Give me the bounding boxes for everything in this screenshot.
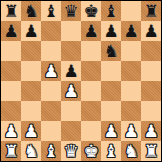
square-d6[interactable] bbox=[61, 41, 81, 61]
piece-black-rook[interactable]: ♜ bbox=[3, 1, 18, 21]
piece-white-rook[interactable]: ♜ bbox=[3, 141, 18, 161]
square-g4[interactable] bbox=[121, 81, 141, 101]
square-a6[interactable] bbox=[1, 41, 21, 61]
square-b1[interactable]: ♞ bbox=[21, 141, 41, 161]
square-g1[interactable]: ♞ bbox=[121, 141, 141, 161]
square-g2[interactable]: ♟ bbox=[121, 121, 141, 141]
square-a7[interactable]: ♟ bbox=[1, 21, 21, 41]
square-c2[interactable] bbox=[41, 121, 61, 141]
square-e3[interactable] bbox=[81, 101, 101, 121]
square-e8[interactable]: ♚ bbox=[81, 1, 101, 21]
square-d8[interactable]: ♛ bbox=[61, 1, 81, 21]
square-d4[interactable]: ♟ bbox=[61, 81, 81, 101]
piece-black-pawn[interactable]: ♟ bbox=[83, 21, 98, 41]
square-a5[interactable] bbox=[1, 61, 21, 81]
square-e6[interactable] bbox=[81, 41, 101, 61]
piece-black-bishop[interactable]: ♝ bbox=[103, 1, 118, 21]
square-h2[interactable]: ♟ bbox=[141, 121, 161, 141]
square-b6[interactable] bbox=[21, 41, 41, 61]
square-h1[interactable]: ♜ bbox=[141, 141, 161, 161]
square-c7[interactable] bbox=[41, 21, 61, 41]
piece-black-knight[interactable]: ♞ bbox=[103, 41, 118, 61]
square-g6[interactable] bbox=[121, 41, 141, 61]
chess-board: ♜♞♝♛♚♝♜♟♟♟♟♟♟♞♟♟♟♟♟♟♟♟♜♞♝♛♚♝♞♜ bbox=[0, 0, 162, 162]
square-g3[interactable] bbox=[121, 101, 141, 121]
square-e1[interactable]: ♚ bbox=[81, 141, 101, 161]
piece-black-rook[interactable]: ♜ bbox=[143, 1, 158, 21]
piece-black-pawn[interactable]: ♟ bbox=[123, 21, 138, 41]
piece-white-bishop[interactable]: ♝ bbox=[103, 141, 118, 161]
piece-white-king[interactable]: ♚ bbox=[83, 141, 98, 161]
square-b7[interactable]: ♟ bbox=[21, 21, 41, 41]
piece-white-knight[interactable]: ♞ bbox=[23, 141, 38, 161]
piece-black-pawn[interactable]: ♟ bbox=[103, 21, 118, 41]
square-e4[interactable] bbox=[81, 81, 101, 101]
piece-white-pawn[interactable]: ♟ bbox=[63, 81, 78, 101]
square-b4[interactable] bbox=[21, 81, 41, 101]
square-h8[interactable]: ♜ bbox=[141, 1, 161, 21]
piece-black-bishop[interactable]: ♝ bbox=[43, 1, 58, 21]
piece-white-pawn[interactable]: ♟ bbox=[43, 61, 58, 81]
square-d1[interactable]: ♛ bbox=[61, 141, 81, 161]
piece-white-knight[interactable]: ♞ bbox=[123, 141, 138, 161]
piece-white-queen[interactable]: ♛ bbox=[63, 141, 78, 161]
square-a2[interactable]: ♟ bbox=[1, 121, 21, 141]
piece-black-knight[interactable]: ♞ bbox=[23, 1, 38, 21]
square-f4[interactable] bbox=[101, 81, 121, 101]
piece-black-queen[interactable]: ♛ bbox=[63, 1, 78, 21]
square-g5[interactable] bbox=[121, 61, 141, 81]
square-d3[interactable] bbox=[61, 101, 81, 121]
piece-black-pawn[interactable]: ♟ bbox=[63, 61, 78, 81]
square-b3[interactable] bbox=[21, 101, 41, 121]
piece-black-pawn[interactable]: ♟ bbox=[143, 21, 158, 41]
piece-black-pawn[interactable]: ♟ bbox=[23, 21, 38, 41]
piece-black-king[interactable]: ♚ bbox=[83, 1, 98, 21]
piece-white-pawn[interactable]: ♟ bbox=[123, 121, 138, 141]
square-c3[interactable] bbox=[41, 101, 61, 121]
piece-white-bishop[interactable]: ♝ bbox=[43, 141, 58, 161]
square-b5[interactable] bbox=[21, 61, 41, 81]
square-d5[interactable]: ♟ bbox=[61, 61, 81, 81]
square-f8[interactable]: ♝ bbox=[101, 1, 121, 21]
square-f7[interactable]: ♟ bbox=[101, 21, 121, 41]
square-c4[interactable] bbox=[41, 81, 61, 101]
square-b8[interactable]: ♞ bbox=[21, 1, 41, 21]
piece-white-pawn[interactable]: ♟ bbox=[143, 121, 158, 141]
square-e2[interactable] bbox=[81, 121, 101, 141]
square-h5[interactable] bbox=[141, 61, 161, 81]
square-f3[interactable] bbox=[101, 101, 121, 121]
square-c1[interactable]: ♝ bbox=[41, 141, 61, 161]
square-e5[interactable] bbox=[81, 61, 101, 81]
square-f5[interactable] bbox=[101, 61, 121, 81]
square-g7[interactable]: ♟ bbox=[121, 21, 141, 41]
square-a8[interactable]: ♜ bbox=[1, 1, 21, 21]
square-c8[interactable]: ♝ bbox=[41, 1, 61, 21]
piece-white-pawn[interactable]: ♟ bbox=[23, 121, 38, 141]
square-h7[interactable]: ♟ bbox=[141, 21, 161, 41]
square-g8[interactable] bbox=[121, 1, 141, 21]
square-d7[interactable] bbox=[61, 21, 81, 41]
piece-white-pawn[interactable]: ♟ bbox=[103, 121, 118, 141]
square-h6[interactable] bbox=[141, 41, 161, 61]
square-c6[interactable] bbox=[41, 41, 61, 61]
piece-white-pawn[interactable]: ♟ bbox=[3, 121, 18, 141]
square-c5[interactable]: ♟ bbox=[41, 61, 61, 81]
piece-white-rook[interactable]: ♜ bbox=[143, 141, 158, 161]
square-h3[interactable] bbox=[141, 101, 161, 121]
square-f6[interactable]: ♞ bbox=[101, 41, 121, 61]
square-a3[interactable] bbox=[1, 101, 21, 121]
square-f2[interactable]: ♟ bbox=[101, 121, 121, 141]
square-a4[interactable] bbox=[1, 81, 21, 101]
piece-black-pawn[interactable]: ♟ bbox=[3, 21, 18, 41]
square-a1[interactable]: ♜ bbox=[1, 141, 21, 161]
square-d2[interactable] bbox=[61, 121, 81, 141]
square-b2[interactable]: ♟ bbox=[21, 121, 41, 141]
square-f1[interactable]: ♝ bbox=[101, 141, 121, 161]
square-h4[interactable] bbox=[141, 81, 161, 101]
square-e7[interactable]: ♟ bbox=[81, 21, 101, 41]
